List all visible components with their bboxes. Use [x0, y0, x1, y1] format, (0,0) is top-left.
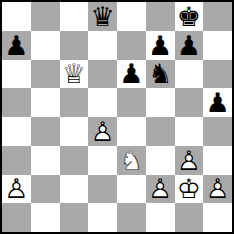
square-b4[interactable] [31, 117, 60, 146]
piece-outline: ♘ [119, 145, 143, 176]
square-h7[interactable] [203, 31, 232, 60]
piece-black-queen[interactable]: ♛ [91, 3, 115, 30]
square-b2[interactable] [31, 175, 60, 204]
square-a8[interactable] [2, 2, 31, 31]
piece-black-pawn[interactable]: ♟ [148, 32, 172, 59]
piece-outline: ♙ [4, 173, 28, 204]
square-d7[interactable] [88, 31, 117, 60]
square-g8[interactable]: ♚ [175, 2, 204, 31]
chess-diagram: ♛♚♟♟♟♛♕♟♞♟♟♙♞♘♟♙♟♙♟♙♚♔♟♙ [0, 0, 234, 234]
piece-white-pawn[interactable]: ♟♙ [177, 147, 201, 174]
square-f3[interactable] [146, 146, 175, 175]
square-g4[interactable] [175, 117, 204, 146]
square-h4[interactable] [203, 117, 232, 146]
square-f4[interactable] [146, 117, 175, 146]
square-f1[interactable] [146, 203, 175, 232]
piece-outline: ♙ [206, 173, 230, 204]
square-c5[interactable] [60, 88, 89, 117]
piece-black-pawn[interactable]: ♟ [4, 32, 28, 59]
square-a3[interactable] [2, 146, 31, 175]
piece-outline: ♙ [91, 116, 115, 147]
square-e2[interactable] [117, 175, 146, 204]
piece-white-pawn[interactable]: ♟♙ [4, 175, 28, 202]
square-e1[interactable] [117, 203, 146, 232]
square-h5[interactable]: ♟ [203, 88, 232, 117]
square-b3[interactable] [31, 146, 60, 175]
square-a2[interactable]: ♟♙ [2, 175, 31, 204]
square-g1[interactable] [175, 203, 204, 232]
square-h2[interactable]: ♟♙ [203, 175, 232, 204]
square-c7[interactable] [60, 31, 89, 60]
square-g5[interactable] [175, 88, 204, 117]
square-a6[interactable] [2, 60, 31, 89]
piece-black-pawn[interactable]: ♟ [206, 89, 230, 116]
piece-outline: ♔ [177, 173, 201, 204]
piece-outline: ♕ [62, 58, 86, 89]
piece-white-queen[interactable]: ♛♕ [62, 60, 86, 87]
square-h1[interactable] [203, 203, 232, 232]
square-c2[interactable] [60, 175, 89, 204]
square-e6[interactable]: ♟ [117, 60, 146, 89]
square-g6[interactable] [175, 60, 204, 89]
square-h6[interactable] [203, 60, 232, 89]
square-e3[interactable]: ♞♘ [117, 146, 146, 175]
square-a5[interactable] [2, 88, 31, 117]
square-g3[interactable]: ♟♙ [175, 146, 204, 175]
square-b8[interactable] [31, 2, 60, 31]
square-d6[interactable] [88, 60, 117, 89]
square-d5[interactable] [88, 88, 117, 117]
piece-black-king[interactable]: ♚ [177, 3, 201, 30]
piece-white-king[interactable]: ♚♔ [177, 175, 201, 202]
piece-white-pawn[interactable]: ♟♙ [206, 175, 230, 202]
square-a4[interactable] [2, 117, 31, 146]
square-e8[interactable] [117, 2, 146, 31]
square-b1[interactable] [31, 203, 60, 232]
square-c3[interactable] [60, 146, 89, 175]
square-b7[interactable] [31, 31, 60, 60]
piece-black-pawn[interactable]: ♟ [119, 60, 143, 87]
chess-board: ♛♚♟♟♟♛♕♟♞♟♟♙♞♘♟♙♟♙♟♙♚♔♟♙ [0, 0, 234, 234]
square-c4[interactable] [60, 117, 89, 146]
square-h8[interactable] [203, 2, 232, 31]
square-a1[interactable] [2, 203, 31, 232]
square-f5[interactable] [146, 88, 175, 117]
square-h3[interactable] [203, 146, 232, 175]
square-g2[interactable]: ♚♔ [175, 175, 204, 204]
square-a7[interactable]: ♟ [2, 31, 31, 60]
square-c6[interactable]: ♛♕ [60, 60, 89, 89]
square-d4[interactable]: ♟♙ [88, 117, 117, 146]
square-e5[interactable] [117, 88, 146, 117]
square-g7[interactable]: ♟ [175, 31, 204, 60]
square-c1[interactable] [60, 203, 89, 232]
piece-white-pawn[interactable]: ♟♙ [148, 175, 172, 202]
square-f6[interactable]: ♞ [146, 60, 175, 89]
square-f8[interactable] [146, 2, 175, 31]
square-e4[interactable] [117, 117, 146, 146]
piece-black-pawn[interactable]: ♟ [177, 32, 201, 59]
piece-white-knight[interactable]: ♞♘ [119, 147, 143, 174]
piece-outline: ♙ [148, 173, 172, 204]
piece-black-knight[interactable]: ♞ [148, 60, 172, 87]
square-e7[interactable] [117, 31, 146, 60]
square-d8[interactable]: ♛ [88, 2, 117, 31]
square-c8[interactable] [60, 2, 89, 31]
piece-outline: ♙ [177, 145, 201, 176]
square-f7[interactable]: ♟ [146, 31, 175, 60]
square-d1[interactable] [88, 203, 117, 232]
square-b6[interactable] [31, 60, 60, 89]
square-d2[interactable] [88, 175, 117, 204]
square-d3[interactable] [88, 146, 117, 175]
square-f2[interactable]: ♟♙ [146, 175, 175, 204]
piece-white-pawn[interactable]: ♟♙ [91, 118, 115, 145]
square-b5[interactable] [31, 88, 60, 117]
